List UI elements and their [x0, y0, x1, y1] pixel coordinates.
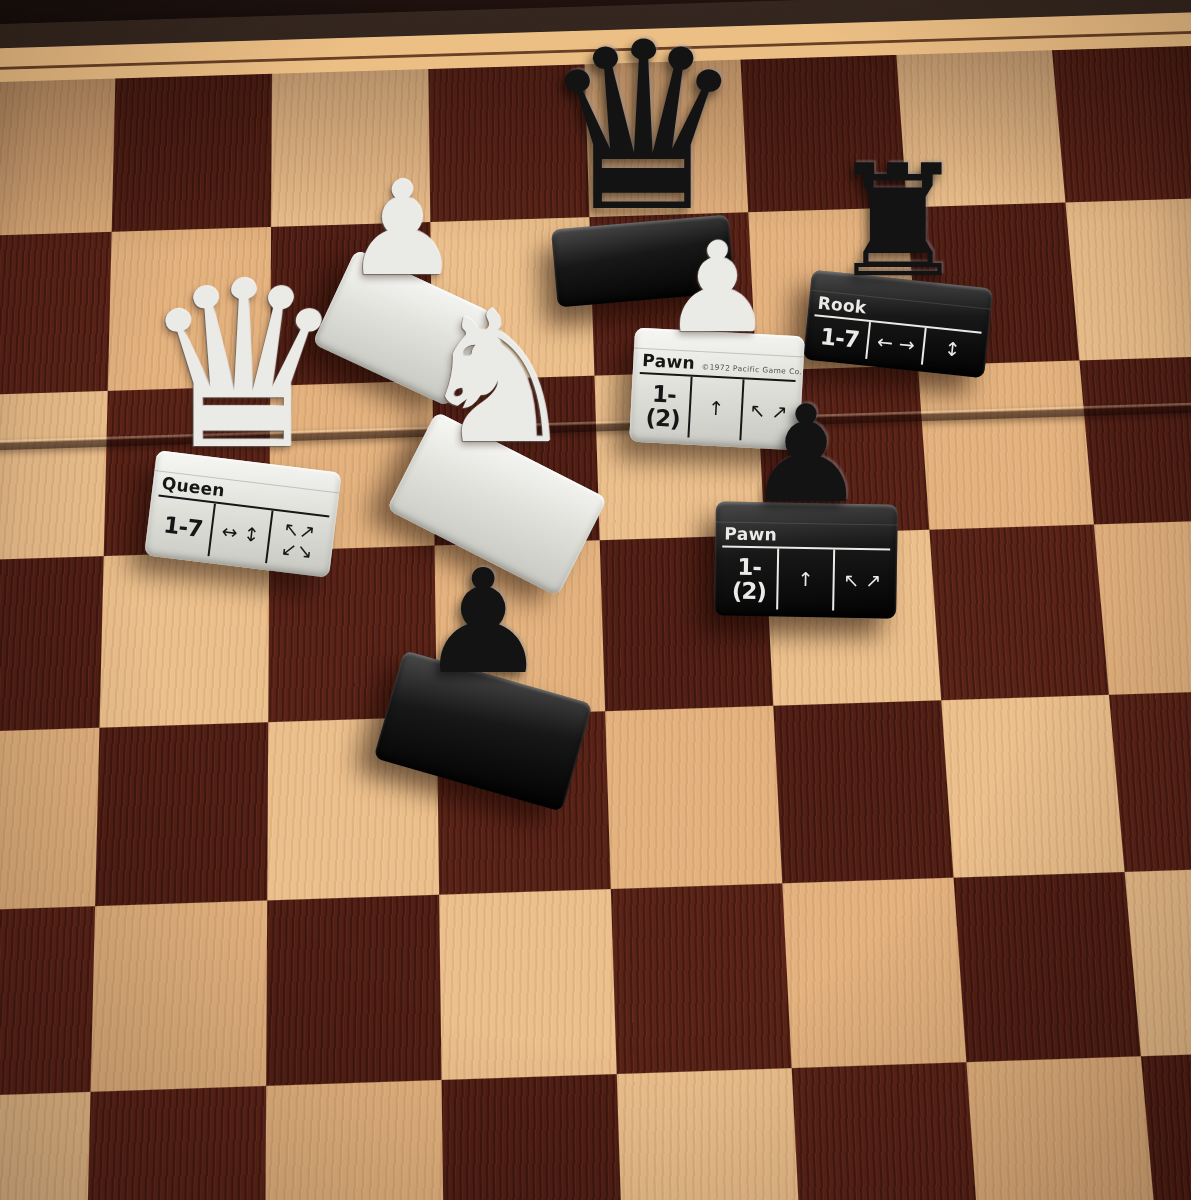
move-label: Pawn 1-(2) ↑ ↖ ↗: [714, 523, 898, 619]
square-d3[interactable]: [439, 889, 617, 1080]
square-c3[interactable]: [266, 895, 441, 1086]
square-g6[interactable]: [918, 360, 1094, 529]
square-g5[interactable]: [929, 524, 1109, 700]
square-e4[interactable]: [605, 706, 782, 889]
vertical-arrows: ↕: [923, 328, 981, 371]
square-f4[interactable]: [773, 700, 953, 883]
piece-black-pawn-d4[interactable]: ♟: [385, 554, 581, 787]
square-b5[interactable]: [99, 551, 269, 728]
square-b4[interactable]: [95, 722, 268, 906]
piece-white-queen[interactable]: ♛ Queen 1-7 ↔ ↕ ↖↗ ↙↘: [140, 258, 346, 566]
square-h5[interactable]: [1094, 519, 1191, 695]
square-h6[interactable]: [1079, 355, 1191, 524]
square-a8[interactable]: [0, 78, 115, 236]
square-h4[interactable]: [1109, 689, 1191, 872]
chessboard-photo: ♛ ♟ ♜ Rook 1-7 ← → ↕ ♟: [0, 0, 1191, 1200]
square-a4[interactable]: [0, 728, 99, 912]
white-knight-glyph: ♞: [415, 292, 578, 465]
square-a2[interactable]: [0, 1092, 91, 1200]
square-h8[interactable]: [1052, 46, 1191, 203]
square-e2[interactable]: [617, 1068, 802, 1200]
square-f3[interactable]: [782, 878, 966, 1068]
square-f2[interactable]: [792, 1062, 980, 1200]
straight-arrows: ↔ ↕: [210, 503, 274, 563]
square-b2[interactable]: [86, 1086, 266, 1200]
square-d2[interactable]: [442, 1074, 623, 1200]
black-rook-glyph: ♜: [829, 148, 968, 295]
square-b8[interactable]: [112, 74, 272, 232]
piece-black-rook[interactable]: ♜ Rook 1-7 ← → ↕: [807, 148, 989, 369]
forward-arrow: ↑: [778, 549, 836, 611]
white-queen-glyph: ♛: [140, 258, 346, 477]
square-h7[interactable]: [1065, 198, 1191, 361]
square-g2[interactable]: [966, 1056, 1157, 1200]
square-a5[interactable]: [0, 556, 104, 733]
diagonal-arrows: ↖↗ ↙↘: [267, 510, 329, 569]
black-queen-glyph: ♛: [539, 18, 747, 238]
square-e3[interactable]: [611, 883, 792, 1074]
white-pawn-glyph: ♟: [661, 230, 772, 348]
black-pawn-glyph: ♟: [746, 392, 866, 519]
capture-arrows: ↖ ↗: [834, 550, 890, 612]
horizontal-arrows: ← →: [867, 322, 927, 365]
square-g4[interactable]: [941, 695, 1124, 878]
square-b3[interactable]: [91, 900, 268, 1091]
move-diagram: 1-(2) ↑ ↖ ↗: [721, 548, 890, 612]
square-a3[interactable]: [0, 906, 95, 1098]
black-pawn-glyph: ♟: [418, 554, 547, 691]
square-c2[interactable]: [265, 1080, 444, 1200]
square-g3[interactable]: [954, 872, 1141, 1062]
piece-black-pawn-f5[interactable]: ♟ Pawn 1-(2) ↑ ↖ ↗: [715, 392, 897, 618]
square-a6[interactable]: [0, 391, 108, 561]
copyright-fine-print: ©1972 Pacific Game Co.: [701, 362, 802, 376]
square-a7[interactable]: [0, 232, 112, 396]
piece-white-knight[interactable]: ♞: [401, 292, 593, 559]
